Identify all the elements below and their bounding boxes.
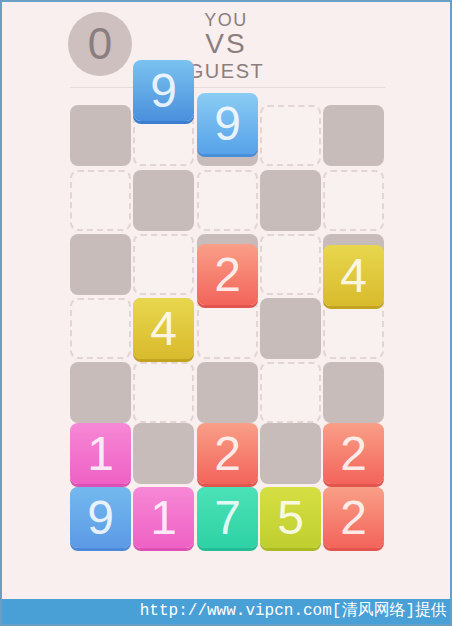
tile-4[interactable]: 4 xyxy=(133,298,194,359)
board-cell-gray[interactable] xyxy=(323,105,384,166)
watermark-text: http://www.vipcn.com[清风网络]提供 xyxy=(140,602,450,620)
board-cell-empty[interactable] xyxy=(323,298,384,359)
tile-1[interactable]: 1 xyxy=(70,423,131,484)
tile-value: 4 xyxy=(340,245,367,306)
board-cell-gray[interactable] xyxy=(260,298,321,359)
tile-value: 1 xyxy=(87,423,114,484)
tile-4[interactable]: 4 xyxy=(323,245,384,306)
tile-9[interactable]: 9 xyxy=(70,487,131,548)
tile-value: 5 xyxy=(277,487,304,548)
board-cell-empty[interactable] xyxy=(70,298,131,359)
tile-2[interactable]: 2 xyxy=(323,487,384,548)
watermark-bar: http://www.vipcn.com[清风网络]提供 xyxy=(2,599,450,624)
game-board: 9924412291752 xyxy=(2,2,450,624)
board-cell-gray[interactable] xyxy=(70,362,131,423)
board-cell-gray[interactable] xyxy=(323,362,384,423)
tile-value: 1 xyxy=(150,487,177,548)
board-cell-empty[interactable] xyxy=(260,234,321,295)
board-cell-gray[interactable] xyxy=(197,362,258,423)
board-cell-gray[interactable] xyxy=(260,170,321,231)
board-cell-empty[interactable] xyxy=(197,170,258,231)
tile-value: 2 xyxy=(214,244,241,305)
board-cell-empty[interactable] xyxy=(197,298,258,359)
board-cell-empty[interactable] xyxy=(133,362,194,423)
tile-value: 2 xyxy=(340,487,367,548)
board-cell-empty[interactable] xyxy=(70,170,131,231)
board-cell-gray[interactable] xyxy=(70,105,131,166)
board-cell-gray[interactable] xyxy=(133,170,194,231)
tile-value: 7 xyxy=(214,487,241,548)
tile-7[interactable]: 7 xyxy=(197,487,258,548)
board-cell-gray[interactable] xyxy=(70,234,131,295)
tile-5[interactable]: 5 xyxy=(260,487,321,548)
tile-value: 4 xyxy=(150,298,177,359)
tile-2[interactable]: 2 xyxy=(197,244,258,305)
tile-value: 9 xyxy=(150,60,177,121)
board-cell-gray[interactable] xyxy=(260,423,321,484)
board-cell-empty[interactable] xyxy=(133,234,194,295)
tile-2[interactable]: 2 xyxy=(197,423,258,484)
tile-value: 9 xyxy=(87,487,114,548)
tile-value: 2 xyxy=(214,423,241,484)
tile-value: 9 xyxy=(214,93,241,154)
tile-1[interactable]: 1 xyxy=(133,487,194,548)
board-cell-empty[interactable] xyxy=(260,362,321,423)
app-screen: 0 YOU VS GUEST 9924412291752 http://www.… xyxy=(0,0,452,626)
tile-value: 2 xyxy=(340,423,367,484)
board-cell-gray[interactable] xyxy=(133,423,194,484)
tile-2[interactable]: 2 xyxy=(323,423,384,484)
tile-9[interactable]: 9 xyxy=(197,93,258,154)
board-cell-empty[interactable] xyxy=(323,170,384,231)
tile-9[interactable]: 9 xyxy=(133,60,194,121)
board-cell-empty[interactable] xyxy=(260,105,321,166)
